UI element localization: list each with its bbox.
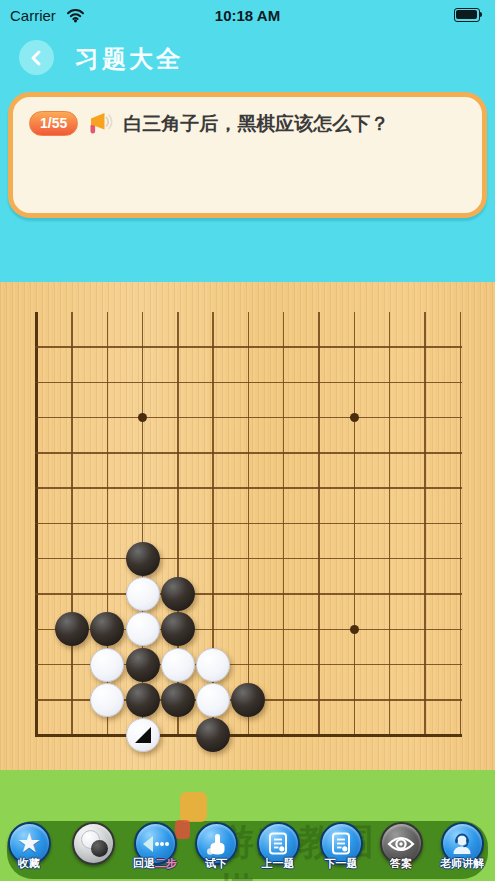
app-screen: Carrier 10:18 AM 习题大全 1/55 白三角子后，黑棋 [0,0,495,881]
star-point [350,625,359,634]
stone-black-D6 [126,542,160,576]
megaphone-icon[interactable] [86,110,113,137]
stone-white-C3 [90,648,124,682]
go-stones-button[interactable] [72,822,115,865]
star-point [138,413,147,422]
hand-press-icon [204,832,228,856]
star-point [350,413,359,422]
try-label: 试下 [184,856,248,871]
undo-two-label: 回退二步 [123,856,187,871]
stone-white-E3 [161,648,195,682]
grid-hline [35,346,462,347]
question-list-icon [267,831,289,856]
arrow-left-icon [140,834,170,854]
undo-two-button-group: 回退二步 [123,822,187,871]
grid-hline [35,734,462,737]
clock: 10:18 AM [0,7,495,24]
grid-hline [35,487,462,488]
stone-white-F2 [196,683,230,717]
stone-white-D4 [126,612,160,646]
back-button[interactable] [19,40,54,75]
grid-hline [35,558,462,559]
stone-black-E4 [161,612,195,646]
grid-hline [35,593,462,594]
answer-button-group: 答案 [369,822,433,871]
stone-white-D5 [126,577,160,611]
star-icon: ★ [17,830,41,857]
prev-label: 上一题 [246,856,310,871]
chevron-left-icon [27,48,47,68]
go-board[interactable] [0,282,495,770]
stone-black-E2 [161,683,195,717]
stone-black-D2 [126,683,160,717]
teacher-headset-icon [450,832,474,856]
grid-hline [35,382,462,383]
grid-hline [35,452,462,453]
status-bar: Carrier 10:18 AM [0,0,495,30]
stone-black-F1 [196,718,230,752]
triangle-marker [135,727,151,743]
teacher-button-group: 老师讲解 [430,822,494,871]
question-counter-badge: 1/55 [29,111,78,136]
grid-hline [35,523,462,524]
favorite-label: 收藏 [0,856,61,871]
stone-white-D1 [126,718,160,752]
question-list-icon [330,831,352,856]
answer-label: 答案 [369,856,433,871]
battery-icon [454,8,483,21]
stone-black-C4 [90,612,124,646]
page-title: 习题大全 [75,43,183,75]
stone-black-D3 [126,648,160,682]
question-card: 1/55 白三角子后，黑棋应该怎么下？ [8,92,487,218]
next-button-group: 下一题 [309,822,373,871]
stones-button-group [61,822,125,865]
question-text: 白三角子后，黑棋应该怎么下？ [123,111,389,137]
stone-white-C2 [90,683,124,717]
stone-white-F3 [196,648,230,682]
eye-icon [387,835,415,853]
stone-black-G2 [231,683,265,717]
stone-black-E5 [161,577,195,611]
grid-hline [35,417,462,418]
favorite-button-group: ★ 收藏 [0,822,61,871]
prev-button-group: 上一题 [246,822,310,871]
try-button-group: 试下 [184,822,248,871]
teacher-label: 老师讲解 [430,856,494,871]
black-stone-icon [91,840,108,857]
stone-black-B4 [55,612,89,646]
next-label: 下一题 [309,856,373,871]
